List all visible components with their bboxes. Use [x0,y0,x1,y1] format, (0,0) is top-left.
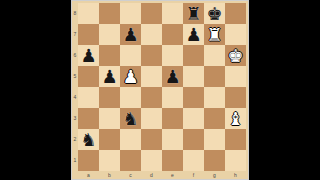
square-f7[interactable]: ♟ [183,24,204,45]
square-e8[interactable] [162,3,183,24]
square-g5[interactable] [204,66,225,87]
file-label-e: e [162,171,183,179]
square-c7[interactable]: ♟ [120,24,141,45]
square-e3[interactable] [162,108,183,129]
square-h4[interactable] [225,87,246,108]
file-label-b: b [99,171,120,179]
square-b7[interactable] [99,24,120,45]
file-label-g: g [204,171,225,179]
square-b2[interactable] [99,129,120,150]
piece-white-king-h6[interactable]: ♚ [227,45,243,66]
square-a7[interactable] [78,24,99,45]
piece-black-pawn-f7[interactable]: ♟ [185,24,201,45]
piece-black-king-g8[interactable]: ♚ [206,3,222,24]
square-f1[interactable] [183,150,204,171]
square-g8[interactable]: ♚ [204,3,225,24]
piece-black-knight-c3[interactable]: ♞ [122,108,138,129]
piece-white-rook-g7[interactable]: ♜ [206,24,222,45]
file-label-c: c [120,171,141,179]
square-e2[interactable] [162,129,183,150]
square-c2[interactable] [120,129,141,150]
square-g6[interactable] [204,45,225,66]
square-d7[interactable] [141,24,162,45]
square-e7[interactable] [162,24,183,45]
piece-black-pawn-b5[interactable]: ♟ [101,66,117,87]
square-f6[interactable] [183,45,204,66]
square-f3[interactable] [183,108,204,129]
square-d5[interactable] [141,66,162,87]
square-g1[interactable] [204,150,225,171]
square-g7[interactable]: ♜ [204,24,225,45]
square-c3[interactable]: ♞ [120,108,141,129]
square-a8[interactable] [78,3,99,24]
chess-board-frame: 87654321 ♜♚♟♟♜♟♚♟♟♟♞♝♞ abcdefgh [71,0,249,180]
square-d3[interactable] [141,108,162,129]
square-a5[interactable] [78,66,99,87]
square-f2[interactable] [183,129,204,150]
square-c8[interactable] [120,3,141,24]
file-label-h: h [225,171,246,179]
chess-board: ♜♚♟♟♜♟♚♟♟♟♞♝♞ [78,3,246,171]
square-a3[interactable] [78,108,99,129]
square-h6[interactable]: ♚ [225,45,246,66]
square-f8[interactable]: ♜ [183,3,204,24]
square-b6[interactable] [99,45,120,66]
square-f4[interactable] [183,87,204,108]
square-f5[interactable] [183,66,204,87]
square-e1[interactable] [162,150,183,171]
square-a6[interactable]: ♟ [78,45,99,66]
square-h5[interactable] [225,66,246,87]
file-label-f: f [183,171,204,179]
square-c1[interactable] [120,150,141,171]
square-e4[interactable] [162,87,183,108]
square-d8[interactable] [141,3,162,24]
square-c4[interactable] [120,87,141,108]
piece-white-pawn-c5[interactable]: ♟ [122,66,138,87]
piece-white-bishop-h3[interactable]: ♝ [227,108,243,129]
square-b1[interactable] [99,150,120,171]
square-b8[interactable] [99,3,120,24]
square-b4[interactable] [99,87,120,108]
piece-black-pawn-c7[interactable]: ♟ [122,24,138,45]
square-b3[interactable] [99,108,120,129]
square-d2[interactable] [141,129,162,150]
square-a1[interactable] [78,150,99,171]
square-a2[interactable]: ♞ [78,129,99,150]
piece-black-knight-a2[interactable]: ♞ [80,129,96,150]
square-h7[interactable] [225,24,246,45]
square-g2[interactable] [204,129,225,150]
square-d1[interactable] [141,150,162,171]
file-label-d: d [141,171,162,179]
square-d6[interactable] [141,45,162,66]
square-g4[interactable] [204,87,225,108]
square-h3[interactable]: ♝ [225,108,246,129]
file-labels: abcdefgh [78,171,246,179]
square-h1[interactable] [225,150,246,171]
square-h8[interactable] [225,3,246,24]
piece-black-pawn-e5[interactable]: ♟ [164,66,180,87]
piece-black-rook-f8[interactable]: ♜ [185,3,201,24]
file-label-a: a [78,171,99,179]
square-e6[interactable] [162,45,183,66]
square-g3[interactable] [204,108,225,129]
square-b5[interactable]: ♟ [99,66,120,87]
square-h2[interactable] [225,129,246,150]
square-e5[interactable]: ♟ [162,66,183,87]
square-c6[interactable] [120,45,141,66]
square-a4[interactable] [78,87,99,108]
piece-black-pawn-a6[interactable]: ♟ [80,45,96,66]
square-d4[interactable] [141,87,162,108]
page-background: 87654321 ♜♚♟♟♜♟♚♟♟♟♞♝♞ abcdefgh [0,0,320,180]
square-c5[interactable]: ♟ [120,66,141,87]
